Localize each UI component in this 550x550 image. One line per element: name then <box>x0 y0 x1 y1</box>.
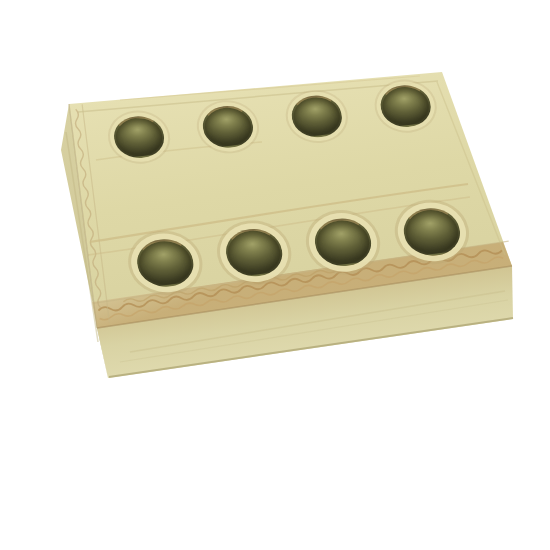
pit-r2-c4 <box>399 205 464 258</box>
pit-cell <box>378 182 486 283</box>
pit-r1-c2 <box>199 103 257 150</box>
pit-r1-c1 <box>110 114 168 161</box>
pit-cell <box>354 65 458 147</box>
pit-r2-c3 <box>310 216 375 269</box>
pit-r2-c1 <box>133 236 198 289</box>
product-photo <box>0 0 550 550</box>
pit-cell <box>87 96 191 178</box>
pit-r1-c4 <box>377 83 435 130</box>
pit-r2-c2 <box>222 226 287 279</box>
pit-cell <box>265 76 369 158</box>
pit-r1-c3 <box>288 93 346 140</box>
pit-cell <box>176 86 280 168</box>
